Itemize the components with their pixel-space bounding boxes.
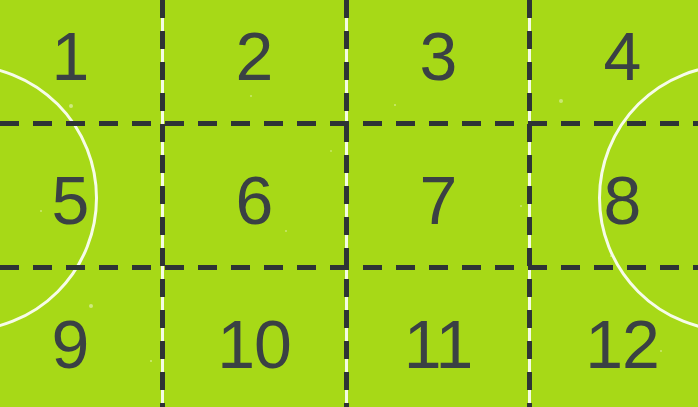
zone-number: 10 — [217, 310, 291, 378]
zone-cell-5: 5 — [0, 123, 162, 267]
zone-number: 1 — [52, 22, 89, 90]
horizontal-divider-line-1 — [0, 121, 698, 126]
zone-cell-9: 9 — [0, 267, 162, 407]
horizontal-divider-line-2 — [0, 265, 698, 270]
zone-cell-8: 8 — [530, 123, 698, 267]
zone-cell-2: 2 — [162, 0, 346, 123]
vertical-divider-line-3 — [527, 0, 532, 407]
zone-grid: 1 2 3 4 5 6 7 8 9 10 11 12 — [0, 0, 698, 407]
vertical-divider-line-2 — [344, 0, 349, 407]
vertical-divider-line-1 — [160, 0, 165, 407]
zone-cell-1: 1 — [0, 0, 162, 123]
zone-number: 4 — [604, 22, 641, 90]
zone-number: 11 — [404, 310, 473, 378]
zone-number: 7 — [420, 166, 457, 234]
pitch-zone-diagram: 1 2 3 4 5 6 7 8 9 10 11 12 — [0, 0, 698, 407]
zone-number: 12 — [585, 310, 659, 378]
zone-number: 2 — [236, 22, 273, 90]
zone-number: 6 — [236, 166, 273, 234]
zone-number: 9 — [52, 310, 89, 378]
zone-cell-7: 7 — [346, 123, 530, 267]
zone-cell-10: 10 — [162, 267, 346, 407]
zone-number: 8 — [604, 166, 641, 234]
zone-number: 3 — [420, 22, 457, 90]
zone-cell-3: 3 — [346, 0, 530, 123]
zone-cell-12: 12 — [530, 267, 698, 407]
zone-cell-4: 4 — [530, 0, 698, 123]
zone-cell-6: 6 — [162, 123, 346, 267]
zone-cell-11: 11 — [346, 267, 530, 407]
zone-number: 5 — [52, 166, 89, 234]
